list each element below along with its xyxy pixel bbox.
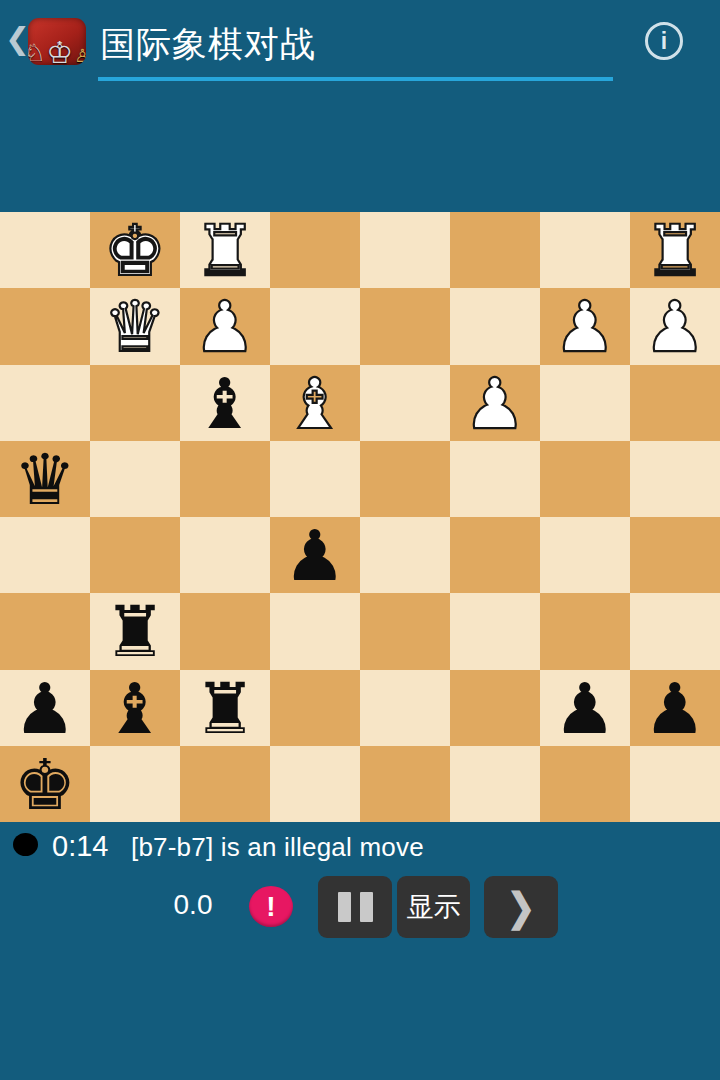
- black-king[interactable]: ♚: [14, 747, 77, 823]
- square-f3[interactable]: ♝: [180, 365, 270, 441]
- white-pawn[interactable]: ♟: [194, 289, 257, 365]
- square-h3[interactable]: [0, 365, 90, 441]
- square-d3[interactable]: [360, 365, 450, 441]
- square-a8[interactable]: [630, 746, 720, 822]
- show-button[interactable]: 显示: [397, 876, 470, 938]
- app-icon-pawn: ♙: [74, 47, 86, 65]
- white-pawn[interactable]: ♟: [464, 366, 527, 442]
- title-underline: [98, 77, 613, 81]
- square-h4[interactable]: ♛: [0, 441, 90, 517]
- square-a3[interactable]: [630, 365, 720, 441]
- square-d1[interactable]: [360, 212, 450, 288]
- black-pawn[interactable]: ♟: [284, 518, 347, 594]
- page-title: 国际象棋对战: [100, 21, 316, 68]
- square-c6[interactable]: [450, 593, 540, 669]
- square-a2[interactable]: ♟: [630, 288, 720, 364]
- alert-icon[interactable]: !: [249, 886, 293, 927]
- black-queen[interactable]: ♛: [14, 442, 77, 518]
- status-bar: 0:14 [b7-b7] is an illegal move: [0, 822, 720, 876]
- square-e7[interactable]: [270, 670, 360, 746]
- black-rook[interactable]: ♜: [194, 671, 257, 747]
- black-pawn[interactable]: ♟: [644, 671, 707, 747]
- white-rook[interactable]: ♜: [644, 213, 707, 289]
- white-king[interactable]: ♚: [104, 213, 167, 289]
- square-c3[interactable]: ♟: [450, 365, 540, 441]
- square-h8[interactable]: ♚: [0, 746, 90, 822]
- evaluation-score: 0.0: [160, 889, 226, 921]
- square-g8[interactable]: [90, 746, 180, 822]
- square-b3[interactable]: [540, 365, 630, 441]
- square-f1[interactable]: ♜: [180, 212, 270, 288]
- black-pawn[interactable]: ♟: [14, 671, 77, 747]
- status-message: [b7-b7] is an illegal move: [131, 832, 424, 863]
- square-g1[interactable]: ♚: [90, 212, 180, 288]
- chess-board[interactable]: ♚♜♜♛♟♟♟♝♝♟♛♟♜♟♝♜♟♟♚: [0, 212, 720, 822]
- square-c7[interactable]: [450, 670, 540, 746]
- black-to-move-indicator: [13, 833, 38, 856]
- square-d8[interactable]: [360, 746, 450, 822]
- white-rook[interactable]: ♜: [194, 213, 257, 289]
- square-c5[interactable]: [450, 517, 540, 593]
- chevron-right-icon: ❯: [507, 887, 536, 926]
- square-g3[interactable]: [90, 365, 180, 441]
- square-f7[interactable]: ♜: [180, 670, 270, 746]
- back-icon[interactable]: ❮: [5, 24, 30, 54]
- square-h5[interactable]: [0, 517, 90, 593]
- black-bishop[interactable]: ♝: [194, 366, 257, 442]
- square-d7[interactable]: [360, 670, 450, 746]
- square-g5[interactable]: [90, 517, 180, 593]
- black-pawn[interactable]: ♟: [554, 671, 617, 747]
- square-f5[interactable]: [180, 517, 270, 593]
- square-c4[interactable]: [450, 441, 540, 517]
- square-a5[interactable]: [630, 517, 720, 593]
- square-f6[interactable]: [180, 593, 270, 669]
- black-rook[interactable]: ♜: [104, 594, 167, 670]
- square-g7[interactable]: ♝: [90, 670, 180, 746]
- square-h2[interactable]: [0, 288, 90, 364]
- white-pawn[interactable]: ♟: [644, 289, 707, 365]
- square-b2[interactable]: ♟: [540, 288, 630, 364]
- black-bishop[interactable]: ♝: [104, 671, 167, 747]
- controls-bar: 0.0 ! 显示 ❯: [0, 876, 720, 938]
- square-d5[interactable]: [360, 517, 450, 593]
- square-h7[interactable]: ♟: [0, 670, 90, 746]
- square-f8[interactable]: [180, 746, 270, 822]
- square-d4[interactable]: [360, 441, 450, 517]
- square-h1[interactable]: [0, 212, 90, 288]
- info-icon[interactable]: i: [645, 22, 683, 60]
- square-c2[interactable]: [450, 288, 540, 364]
- square-a1[interactable]: ♜: [630, 212, 720, 288]
- square-d2[interactable]: [360, 288, 450, 364]
- square-a6[interactable]: [630, 593, 720, 669]
- next-move-button[interactable]: ❯: [484, 876, 558, 938]
- app-icon-king: ♔: [46, 38, 73, 65]
- app-icon: ♘ ♔ ♙: [28, 18, 86, 65]
- square-f2[interactable]: ♟: [180, 288, 270, 364]
- title-bar: ❮ ♘ ♔ ♙ 国际象棋对战 i: [0, 0, 720, 212]
- square-g2[interactable]: ♛: [90, 288, 180, 364]
- square-c1[interactable]: [450, 212, 540, 288]
- square-a4[interactable]: [630, 441, 720, 517]
- square-e1[interactable]: [270, 212, 360, 288]
- square-b5[interactable]: [540, 517, 630, 593]
- square-f4[interactable]: [180, 441, 270, 517]
- square-b4[interactable]: [540, 441, 630, 517]
- square-b8[interactable]: [540, 746, 630, 822]
- app-icon-knight: ♘: [28, 41, 45, 65]
- square-b1[interactable]: [540, 212, 630, 288]
- square-g4[interactable]: [90, 441, 180, 517]
- pause-button[interactable]: [318, 876, 392, 938]
- square-g6[interactable]: ♜: [90, 593, 180, 669]
- white-bishop[interactable]: ♝: [284, 366, 347, 442]
- square-b7[interactable]: ♟: [540, 670, 630, 746]
- square-b6[interactable]: [540, 593, 630, 669]
- clock: 0:14: [52, 830, 108, 863]
- white-queen[interactable]: ♛: [104, 289, 167, 365]
- square-e3[interactable]: ♝: [270, 365, 360, 441]
- square-h6[interactable]: [0, 593, 90, 669]
- square-e4[interactable]: [270, 441, 360, 517]
- square-e2[interactable]: [270, 288, 360, 364]
- square-d6[interactable]: [360, 593, 450, 669]
- square-e6[interactable]: [270, 593, 360, 669]
- white-pawn[interactable]: ♟: [554, 289, 617, 365]
- square-e8[interactable]: [270, 746, 360, 822]
- square-c8[interactable]: [450, 746, 540, 822]
- pause-icon: [338, 892, 373, 922]
- square-e5[interactable]: ♟: [270, 517, 360, 593]
- square-a7[interactable]: ♟: [630, 670, 720, 746]
